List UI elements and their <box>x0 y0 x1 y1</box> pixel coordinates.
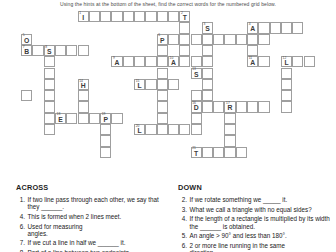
grid-cell-r8c5[interactable] <box>78 101 89 112</box>
grid-cell-r5c23[interactable] <box>281 68 292 79</box>
cell-number: 14 <box>79 80 83 84</box>
worksheet-title: Using the hints at the bottom of the she… <box>0 1 336 7</box>
cell-number: 4 <box>249 23 251 27</box>
grid-cell-r8c21[interactable] <box>258 101 269 112</box>
grid-cell-r10c13[interactable] <box>168 124 179 135</box>
grid-cell-r8c15[interactable]: 16D <box>191 101 202 112</box>
grid-cell-r2c12[interactable]: 6P <box>157 34 168 45</box>
grid-cell-r4c15[interactable] <box>191 56 202 67</box>
grid-cell-r7c23[interactable] <box>281 90 292 101</box>
cell-number: 19 <box>102 113 106 117</box>
grid-cell-r8c16[interactable] <box>202 101 213 112</box>
grid-cell-r0c5[interactable]: 1I <box>78 11 89 22</box>
grid-cell-r11c18[interactable] <box>224 135 235 146</box>
cell-number: 3 <box>203 23 205 27</box>
grid-cell-r9c2[interactable] <box>44 113 55 124</box>
grid-cell-r3c14[interactable] <box>179 45 190 56</box>
grid-cell-r0c12[interactable] <box>157 11 168 22</box>
grid-cell-r1c21[interactable] <box>258 22 269 33</box>
grid-cell-r9c7[interactable]: 19P <box>100 113 111 124</box>
grid-cell-r4c2[interactable] <box>44 56 55 67</box>
grid-cell-r6c2[interactable] <box>44 79 55 90</box>
across-clue-list: 1.If two line pass through each other, w… <box>16 196 168 252</box>
grid-cell-r6c5[interactable]: 14H <box>78 79 89 90</box>
grid-cell-r4c20[interactable]: 11A <box>247 56 258 67</box>
cell-number: 18 <box>57 113 61 117</box>
cell-number: 20 <box>136 125 140 129</box>
grid-cell-r3c16[interactable] <box>202 45 213 56</box>
grid-cell-r8c23[interactable] <box>281 101 292 112</box>
clue-down-2: 2.If we rotate something we _____ it. <box>178 196 336 203</box>
clue-text: If we rotate something we _____ it. <box>190 196 288 203</box>
grid-cell-r2c17[interactable] <box>213 34 224 45</box>
grid-cell-r4c24[interactable] <box>292 56 303 67</box>
clue-across-7: 7.If we cut a line in half we ______ it. <box>16 239 168 246</box>
grid-cell-r6c10[interactable]: 15L <box>134 79 145 90</box>
grid-cell-r2c15[interactable] <box>191 34 202 45</box>
grid-cell-r8c17[interactable] <box>213 101 224 112</box>
cell-number: 1 <box>79 12 81 16</box>
cell-number: 17 <box>226 102 230 106</box>
grid-cell-r5c15[interactable]: 13S <box>191 68 202 79</box>
grid-cell-r12c7[interactable] <box>100 147 111 158</box>
cell-number: 2 <box>181 12 183 16</box>
cell-number: 16 <box>192 102 196 106</box>
grid-cell-r3c5[interactable] <box>78 45 89 56</box>
grid-cell-r9c6[interactable] <box>89 113 100 124</box>
clue-section: ACROSS 1.If two line pass through each o… <box>16 183 336 252</box>
grid-cell-r6c13[interactable] <box>168 79 179 90</box>
grid-cell-r2c21[interactable] <box>258 34 269 45</box>
grid-cell-r10c7[interactable] <box>100 124 111 135</box>
grid-cell-r4c11[interactable] <box>145 56 156 67</box>
grid-cell-r11c7[interactable] <box>100 135 111 146</box>
grid-cell-r2c0[interactable]: 5O <box>21 34 32 45</box>
grid-cell-r4c25[interactable] <box>304 56 315 67</box>
grid-cell-r12c18[interactable] <box>224 147 235 158</box>
clue-down-6: 6.2 or more line running in the same dir… <box>178 242 336 252</box>
clue-across-1: 1.If two line pass through each other, w… <box>16 196 168 210</box>
grid-cell-r8c12[interactable] <box>157 101 168 112</box>
cell-number: 12 <box>283 57 287 61</box>
grid-cell-r7c5[interactable] <box>78 90 89 101</box>
clue-number: 7. <box>16 239 25 246</box>
cell-number: 15 <box>136 80 140 84</box>
grid-cell-r7c2[interactable] <box>44 90 55 101</box>
clue-number: 6. <box>16 223 25 237</box>
grid-cell-r0c14[interactable]: 2T <box>179 11 190 22</box>
grid-cell-r2c20[interactable] <box>247 34 258 45</box>
grid-cell-r3c20[interactable] <box>247 45 258 56</box>
grid-cell-r7c16[interactable] <box>202 90 213 101</box>
grid-cell-r12c16[interactable] <box>202 147 213 158</box>
grid-cell-r2c14[interactable] <box>179 34 190 45</box>
clue-number: 2. <box>178 196 187 203</box>
grid-cell-r0c13[interactable] <box>168 11 179 22</box>
grid-cell-r10c14[interactable] <box>179 124 190 135</box>
grid-cell-r0c9[interactable] <box>123 11 134 22</box>
clue-down-5: 5.An angle > 90° and less than 180°. <box>178 232 336 239</box>
clue-text: This is formed when 2 lines meet. <box>28 213 122 220</box>
grid-cell-r10c15[interactable] <box>191 124 202 135</box>
grid-cell-r9c18[interactable] <box>224 113 235 124</box>
grid-cell-r8c18[interactable]: 17R <box>224 101 235 112</box>
grid-cell-r0c6[interactable] <box>89 11 100 22</box>
grid-cell-r5c2[interactable] <box>44 68 55 79</box>
grid-cell-r6c11[interactable] <box>145 79 156 90</box>
cell-number: 13 <box>192 68 196 72</box>
grid-cell-r10c10[interactable]: 20L <box>134 124 145 135</box>
grid-cell-r8c20[interactable] <box>247 101 258 112</box>
grid-cell-r4c16[interactable] <box>202 56 213 67</box>
cell-number: 5 <box>23 34 25 38</box>
grid-cell-r3c0[interactable]: 7B <box>21 45 32 56</box>
grid-cell-r4c9[interactable] <box>123 56 134 67</box>
grid-cell-r4c14[interactable] <box>179 56 190 67</box>
grid-cell-r9c5[interactable] <box>78 113 89 124</box>
clue-down-3: 3.What we call a triangle with no equal … <box>178 206 336 213</box>
clue-number: 4. <box>178 215 187 229</box>
grid-cell-r7c12[interactable] <box>157 90 168 101</box>
cell-number: 9 <box>113 57 115 61</box>
grid-cell-r10c18[interactable] <box>224 124 235 135</box>
grid-cell-r7c0[interactable] <box>21 90 32 101</box>
clue-down-4: 4.If the length of a rectangle is multip… <box>178 215 336 229</box>
grid-cell-r3c3[interactable] <box>55 45 66 56</box>
clue-across-6: 6.Used for measuring angles. <box>16 223 168 237</box>
grid-cell-r10c2[interactable] <box>44 124 55 135</box>
clue-text: If we cut a line in half we ______ it. <box>28 239 126 246</box>
grid-cell-r3c1[interactable] <box>32 45 43 56</box>
down-header: DOWN <box>178 183 336 192</box>
grid-cell-r9c3[interactable]: 18E <box>55 113 66 124</box>
grid-cell-r1c22[interactable] <box>270 22 281 33</box>
grid-cell-r2c16[interactable] <box>202 34 213 45</box>
grid-cell-r3c12[interactable] <box>157 45 168 56</box>
clue-text: Used for measuring angles. <box>28 223 83 237</box>
grid-cell-r12c19[interactable] <box>236 147 247 158</box>
clue-number: 4. <box>16 213 25 220</box>
grid-cell-r1c14[interactable] <box>179 22 190 33</box>
cell-number: 6 <box>158 34 160 38</box>
grid-cell-r9c15[interactable] <box>191 113 202 124</box>
grid-cell-r4c13[interactable]: 10A <box>168 56 179 67</box>
grid-cell-r4c10[interactable] <box>134 56 145 67</box>
grid-cell-r3c2[interactable]: 8S <box>44 45 55 56</box>
clue-text: If the length of a rectangle is multipli… <box>190 215 336 229</box>
grid-cell-r2c19[interactable] <box>236 34 247 45</box>
across-clue-column: ACROSS 1.If two line pass through each o… <box>16 183 168 252</box>
clue-across-4: 4.This is formed when 2 lines meet. <box>16 213 168 220</box>
grid-cell-r5c12[interactable] <box>157 68 168 79</box>
grid-cell-r12c15[interactable]: 21T <box>191 147 202 158</box>
cell-number: 10 <box>170 57 174 61</box>
grid-cell-r0c7[interactable] <box>100 11 111 22</box>
cell-number: 8 <box>45 46 47 50</box>
down-clue-column: DOWN 2.If we rotate something we _____ i… <box>178 183 336 252</box>
clue-text: 2 or more line running in the same direc… <box>190 242 286 252</box>
clue-number: 3. <box>178 206 187 213</box>
grid-cell-r2c18[interactable] <box>224 34 235 45</box>
grid-cell-r0c8[interactable] <box>111 11 122 22</box>
clue-text: An angle > 90° and less than 180°. <box>190 232 287 239</box>
grid-cell-r6c12[interactable] <box>157 79 168 90</box>
grid-cell-r5c16[interactable] <box>202 68 213 79</box>
grid-cell-r0c11[interactable] <box>145 11 156 22</box>
down-clue-list: 2.If we rotate something we _____ it.3.W… <box>178 196 336 252</box>
grid-cell-r8c2[interactable] <box>44 101 55 112</box>
grid-cell-r1c20[interactable]: 4A <box>247 22 258 33</box>
grid-cell-r9c4[interactable] <box>66 113 77 124</box>
clue-text: If two line pass through each other, we … <box>28 196 169 210</box>
clue-number: 1. <box>16 196 25 210</box>
grid-cell-r10c12[interactable] <box>157 124 168 135</box>
grid-cell-r9c8[interactable] <box>111 113 122 124</box>
grid-cell-r6c23[interactable] <box>281 79 292 90</box>
grid-cell-r9c12[interactable] <box>157 113 168 124</box>
grid-cell-r3c4[interactable] <box>66 45 77 56</box>
grid-cell-r4c12[interactable] <box>157 56 168 67</box>
crossword-grid: 1I2T3S4A5O6P7B8S9A10A11A12L13S14H15L16D1… <box>21 11 327 158</box>
grid-cell-r4c23[interactable]: 12L <box>281 56 292 67</box>
grid-cell-r7c15[interactable] <box>191 90 202 101</box>
grid-cell-r2c13[interactable] <box>168 34 179 45</box>
grid-cell-r10c11[interactable] <box>145 124 156 135</box>
grid-cell-r1c23[interactable] <box>281 22 292 33</box>
grid-cell-r12c17[interactable] <box>213 147 224 158</box>
grid-cell-r1c24[interactable] <box>292 22 303 33</box>
grid-cell-r8c19[interactable] <box>236 101 247 112</box>
clue-number: 5. <box>178 232 187 239</box>
clue-number: 6. <box>178 242 187 252</box>
clue-text: What we call a triangle with no equal si… <box>190 206 312 213</box>
grid-cell-r6c16[interactable] <box>202 79 213 90</box>
grid-cell-r1c16[interactable]: 3S <box>202 22 213 33</box>
cell-number: 7 <box>23 46 25 50</box>
cell-number: 11 <box>249 57 252 61</box>
grid-cell-r4c8[interactable]: 9A <box>111 56 122 67</box>
grid-cell-r4c21[interactable] <box>258 56 269 67</box>
grid-cell-r0c10[interactable] <box>134 11 145 22</box>
cell-number: 21 <box>192 147 196 151</box>
across-header: ACROSS <box>16 183 168 192</box>
